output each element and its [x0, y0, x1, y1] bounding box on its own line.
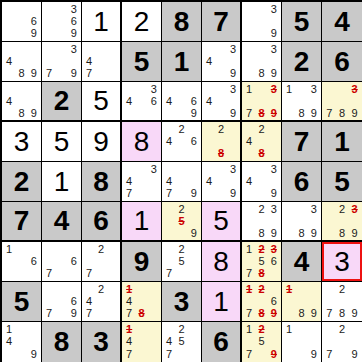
candidate-empty-slot: [323, 336, 336, 349]
candidate-empty-slot: [203, 148, 215, 160]
candidate-empty-slot: [295, 336, 307, 349]
candidate-6: 6: [68, 15, 80, 27]
candidate-grid: 3789: [322, 82, 362, 120]
cell-r4c2[interactable]: 5: [42, 122, 82, 162]
candidate-3-eliminated: 3: [348, 83, 361, 95]
candidate-grid: 16: [2, 242, 41, 281]
candidate-empty-slot: [3, 43, 15, 55]
cell-r8c1[interactable]: 5: [2, 282, 42, 322]
cell-r7c6[interactable]: 8: [202, 242, 242, 282]
cell-r5c1[interactable]: 2: [2, 162, 42, 202]
candidate-empty-slot: [83, 255, 95, 267]
candidate-empty-slot: [203, 135, 215, 147]
candidate-7: 7: [123, 308, 135, 320]
candidate-empty-slot: [283, 215, 295, 227]
candidate-3: 3: [148, 163, 160, 175]
candidate-grid: 248: [242, 122, 281, 161]
candidate-empty-slot: [188, 268, 200, 280]
cell-r2c4[interactable]: 5: [122, 42, 162, 82]
candidate-5: 5: [255, 336, 267, 349]
candidate-empty-slot: [203, 43, 215, 55]
candidate-empty-slot: [55, 283, 67, 295]
cell-r8c9[interactable]: 2789: [322, 282, 362, 322]
candidate-4: 4: [83, 55, 95, 67]
candidate-grid: 12579: [242, 322, 281, 362]
cell-r6c7[interactable]: 2389: [242, 202, 282, 242]
cell-r2c7[interactable]: 389: [242, 42, 282, 82]
candidate-empty-slot: [243, 215, 255, 227]
candidate-empty-slot: [348, 215, 361, 227]
candidate-empty-slot: [268, 336, 280, 349]
cell-r2c9[interactable]: 6: [322, 42, 362, 82]
candidate-9: 9: [188, 188, 200, 200]
candidate-empty-slot: [255, 28, 267, 40]
candidate-empty-slot: [3, 3, 15, 15]
candidate-8: 8: [336, 107, 349, 119]
candidate-empty-slot: [68, 268, 80, 280]
candidate-4: 4: [203, 55, 215, 67]
cell-r3c5[interactable]: 469: [162, 82, 202, 122]
candidate-empty-slot: [227, 123, 239, 135]
candidate-empty-slot: [175, 175, 187, 187]
candidate-empty-slot: [83, 243, 95, 255]
candidate-empty-slot: [148, 336, 160, 349]
candidate-empty-slot: [308, 215, 320, 227]
given-digit: 1: [174, 48, 190, 76]
candidate-empty-slot: [227, 55, 239, 67]
candidate-empty-slot: [188, 336, 200, 349]
candidate-9-eliminated: 9: [268, 107, 280, 119]
cell-r3c3[interactable]: 5: [82, 82, 122, 122]
cell-r2c5[interactable]: 1: [162, 42, 202, 82]
candidate-1-eliminated: 1: [243, 283, 255, 295]
cell-r2c3[interactable]: 47: [82, 42, 122, 82]
candidate-empty-slot: [15, 28, 27, 40]
candidate-empty-slot: [175, 135, 187, 147]
cell-r6c1[interactable]: 7: [2, 202, 42, 242]
candidate-9: 9: [308, 227, 320, 239]
candidate-empty-slot: [163, 255, 175, 267]
candidate-empty-slot: [243, 295, 255, 307]
cell-r9c9[interactable]: 279: [322, 322, 362, 362]
candidate-grid: 369: [42, 2, 81, 41]
cell-r1c9[interactable]: 4: [322, 2, 362, 42]
candidate-empty-slot: [175, 348, 187, 361]
candidate-empty-slot: [107, 68, 119, 80]
candidate-empty-slot: [295, 215, 307, 227]
candidate-8: 8: [295, 107, 307, 119]
candidate-grid: 67: [42, 242, 81, 281]
cell-r1c6[interactable]: 7: [202, 2, 242, 42]
candidate-empty-slot: [3, 107, 15, 119]
cell-r9c8[interactable]: 19: [282, 322, 322, 362]
candidate-empty-slot: [163, 243, 175, 255]
cell-r4c6[interactable]: 28: [202, 122, 242, 162]
candidate-grid: 247: [82, 282, 120, 321]
cell-r3c1[interactable]: 489: [2, 82, 42, 122]
cell-r8c4[interactable]: 1478: [122, 282, 162, 322]
candidate-empty-slot: [268, 268, 280, 280]
candidate-empty-slot: [95, 68, 107, 80]
candidate-7: 7: [83, 308, 95, 320]
candidate-empty-slot: [255, 55, 267, 67]
cell-r4c9[interactable]: 1: [322, 122, 362, 162]
candidate-empty-slot: [55, 68, 67, 80]
cell-r3c9[interactable]: 3789: [322, 82, 362, 122]
cell-r4c4[interactable]: 8: [122, 122, 162, 162]
candidate-1: 1: [243, 323, 255, 336]
cell-r8c6[interactable]: 1: [202, 282, 242, 322]
cell-r9c1[interactable]: 149: [2, 322, 42, 362]
cell-r4c5[interactable]: 246: [162, 122, 202, 162]
candidate-4: 4: [203, 175, 215, 187]
cell-r1c7[interactable]: 39: [242, 2, 282, 42]
candidate-empty-slot: [148, 308, 160, 320]
candidate-7: 7: [43, 308, 55, 320]
given-digit: 2: [294, 48, 310, 76]
candidate-grid: 147: [122, 322, 161, 362]
candidate-empty-slot: [255, 95, 267, 107]
cell-r5c6[interactable]: 349: [202, 162, 242, 202]
candidate-1: 1: [243, 83, 255, 95]
candidate-1: 1: [3, 323, 15, 336]
candidate-2: 2: [336, 203, 349, 215]
candidate-grid: 479: [162, 162, 201, 201]
cell-r7c9[interactable]: 3: [322, 242, 362, 282]
candidate-empty-slot: [243, 163, 255, 175]
cell-r9c6[interactable]: 6: [202, 322, 242, 362]
candidate-2-eliminated: 2: [255, 243, 267, 255]
solved-digit: 5: [213, 207, 229, 235]
candidate-empty-slot: [227, 95, 239, 107]
candidate-empty-slot: [83, 283, 95, 295]
cell-r6c8[interactable]: 389: [282, 202, 322, 242]
candidate-empty-slot: [348, 323, 361, 336]
candidate-empty-slot: [268, 55, 280, 67]
candidate-3: 3: [227, 163, 239, 175]
cell-r9c5[interactable]: 2457: [162, 322, 202, 362]
candidate-4: 4: [163, 135, 175, 147]
cell-r6c6[interactable]: 5: [202, 202, 242, 242]
candidate-empty-slot: [163, 123, 175, 135]
cell-r8c5[interactable]: 3: [162, 282, 202, 322]
cell-r7c5[interactable]: 257: [162, 242, 202, 282]
candidate-3: 3: [227, 43, 239, 55]
candidate-9: 9: [68, 308, 80, 320]
candidate-5: 5: [255, 255, 267, 267]
cell-r9c2[interactable]: 8: [42, 322, 82, 362]
candidate-9: 9: [268, 188, 280, 200]
candidate-empty-slot: [308, 295, 320, 307]
candidate-empty-slot: [55, 43, 67, 55]
candidate-grid: 489: [2, 42, 41, 81]
candidate-empty-slot: [135, 295, 147, 307]
candidate-7: 7: [83, 68, 95, 80]
given-digit: 6: [294, 168, 310, 196]
cell-r1c2[interactable]: 369: [42, 2, 82, 42]
cell-r6c4[interactable]: 1: [122, 202, 162, 242]
candidate-empty-slot: [203, 83, 215, 95]
candidate-empty-slot: [135, 336, 147, 349]
candidate-7: 7: [123, 188, 135, 200]
given-digit: 8: [93, 168, 109, 196]
candidate-7: 7: [243, 308, 255, 320]
cell-r5c7[interactable]: 349: [242, 162, 282, 202]
candidate-empty-slot: [28, 323, 40, 336]
cell-r1c1[interactable]: 69: [2, 2, 42, 42]
candidate-9: 9: [68, 28, 80, 40]
cell-r8c3[interactable]: 247: [82, 282, 122, 322]
given-digit: 6: [334, 48, 350, 76]
candidate-empty-slot: [135, 188, 147, 200]
cell-r5c5[interactable]: 479: [162, 162, 202, 202]
candidate-8: 8: [336, 227, 349, 239]
candidate-empty-slot: [215, 135, 227, 147]
candidate-empty-slot: [15, 95, 27, 107]
candidate-8-eliminated: 8: [215, 148, 227, 160]
candidate-empty-slot: [175, 148, 187, 160]
cell-r7c3[interactable]: 27: [82, 242, 122, 282]
cell-r6c9[interactable]: 2389: [322, 202, 362, 242]
candidate-empty-slot: [15, 255, 27, 267]
candidate-empty-slot: [3, 255, 15, 267]
candidate-empty-slot: [148, 348, 160, 361]
candidate-empty-slot: [255, 83, 267, 95]
candidate-grid: 39: [242, 2, 281, 41]
candidate-empty-slot: [28, 95, 40, 107]
candidate-empty-slot: [43, 243, 55, 255]
candidate-empty-slot: [308, 323, 320, 336]
candidate-empty-slot: [255, 163, 267, 175]
candidate-4: 4: [163, 175, 175, 187]
candidate-empty-slot: [148, 188, 160, 200]
candidate-empty-slot: [268, 135, 280, 147]
candidate-empty-slot: [123, 107, 135, 119]
cell-r3c6[interactable]: 349: [202, 82, 242, 122]
candidate-empty-slot: [15, 43, 27, 55]
candidate-empty-slot: [43, 43, 55, 55]
solved-digit: 5: [93, 87, 109, 115]
cell-r3c4[interactable]: 346: [122, 82, 162, 122]
candidate-empty-slot: [348, 295, 361, 307]
cell-r7c7[interactable]: 1235678: [242, 242, 282, 282]
candidate-grid: 149: [2, 322, 41, 362]
candidate-grid: 69: [2, 2, 41, 41]
candidate-9: 9: [268, 227, 280, 239]
candidate-grid: 13789: [242, 82, 281, 120]
candidate-empty-slot: [107, 43, 119, 55]
candidate-4: 4: [3, 336, 15, 349]
candidate-1: 1: [3, 243, 15, 255]
candidate-empty-slot: [43, 283, 55, 295]
candidate-grid: 126789: [242, 282, 281, 321]
candidate-8-eliminated: 8: [255, 268, 267, 280]
candidate-9: 9: [28, 28, 40, 40]
candidate-7: 7: [163, 268, 175, 280]
cell-r8c7[interactable]: 126789: [242, 282, 282, 322]
candidate-grid: 279: [322, 322, 362, 362]
candidate-4: 4: [203, 95, 215, 107]
candidate-empty-slot: [295, 95, 307, 107]
candidate-empty-slot: [188, 348, 200, 361]
candidate-empty-slot: [55, 55, 67, 67]
cell-r3c2[interactable]: 2: [42, 82, 82, 122]
candidate-3: 3: [268, 3, 280, 15]
candidate-1-eliminated: 1: [283, 283, 295, 295]
solved-digit: 3: [334, 248, 350, 276]
candidate-empty-slot: [107, 268, 119, 280]
candidate-empty-slot: [15, 336, 27, 349]
candidate-empty-slot: [188, 255, 200, 267]
cell-r4c8[interactable]: 7: [282, 122, 322, 162]
candidate-empty-slot: [188, 148, 200, 160]
cell-r7c1[interactable]: 16: [2, 242, 42, 282]
cell-r8c2[interactable]: 679: [42, 282, 82, 322]
candidate-grid: 1235678: [242, 242, 281, 281]
cell-r9c4[interactable]: 147: [122, 322, 162, 362]
cell-r7c4[interactable]: 9: [122, 242, 162, 282]
cell-r4c7[interactable]: 248: [242, 122, 282, 162]
candidate-empty-slot: [243, 15, 255, 27]
candidate-grid: 2457: [162, 322, 201, 362]
candidate-grid: 379: [42, 42, 81, 81]
candidate-6: 6: [148, 95, 160, 107]
candidate-empty-slot: [243, 43, 255, 55]
candidate-8: 8: [295, 227, 307, 239]
candidate-empty-slot: [283, 348, 295, 361]
candidate-empty-slot: [15, 55, 27, 67]
cell-r2c6[interactable]: 349: [202, 42, 242, 82]
candidate-empty-slot: [107, 55, 119, 67]
candidate-2: 2: [175, 203, 187, 215]
cell-r3c7[interactable]: 13789: [242, 82, 282, 122]
cell-r5c3[interactable]: 8: [82, 162, 122, 202]
candidate-grid: 679: [42, 282, 81, 321]
cell-r5c2[interactable]: 1: [42, 162, 82, 202]
candidate-empty-slot: [135, 163, 147, 175]
candidate-empty-slot: [28, 83, 40, 95]
given-digit: 8: [54, 328, 70, 356]
candidate-grid: 246: [162, 122, 201, 161]
cell-r6c3[interactable]: 6: [82, 202, 122, 242]
candidate-empty-slot: [43, 55, 55, 67]
cell-r7c8[interactable]: 4: [282, 242, 322, 282]
candidate-1: 1: [243, 243, 255, 255]
candidate-9: 9: [308, 348, 320, 361]
candidate-3: 3: [308, 83, 320, 95]
candidate-6: 6: [268, 295, 280, 307]
candidate-empty-slot: [3, 28, 15, 40]
cell-r4c1[interactable]: 3: [2, 122, 42, 162]
cell-r1c3[interactable]: 1: [82, 2, 122, 42]
candidate-3-eliminated: 3: [348, 203, 361, 215]
cell-r2c2[interactable]: 379: [42, 42, 82, 82]
candidate-grid: 47: [82, 42, 120, 81]
candidate-8: 8: [255, 68, 267, 80]
candidate-2: 2: [336, 283, 349, 295]
candidate-empty-slot: [295, 295, 307, 307]
given-digit: 9: [134, 248, 150, 276]
candidate-empty-slot: [15, 268, 27, 280]
candidate-empty-slot: [175, 83, 187, 95]
candidate-empty-slot: [308, 336, 320, 349]
candidate-empty-slot: [28, 55, 40, 67]
candidate-empty-slot: [43, 28, 55, 40]
candidate-1-eliminated: 1: [123, 283, 135, 295]
cell-r5c8[interactable]: 6: [282, 162, 322, 202]
cell-r1c4[interactable]: 2: [122, 2, 162, 42]
candidate-4: 4: [243, 175, 255, 187]
candidate-empty-slot: [3, 68, 15, 80]
candidate-8: 8: [295, 308, 307, 320]
cell-r1c8[interactable]: 5: [282, 2, 322, 42]
candidate-empty-slot: [55, 308, 67, 320]
candidate-9: 9: [188, 227, 200, 239]
candidate-7: 7: [323, 107, 336, 119]
candidate-empty-slot: [28, 243, 40, 255]
candidate-empty-slot: [135, 283, 147, 295]
cell-r4c3[interactable]: 9: [82, 122, 122, 162]
candidate-empty-slot: [323, 203, 336, 215]
cell-r6c5[interactable]: 259: [162, 202, 202, 242]
candidate-empty-slot: [268, 283, 280, 295]
candidate-empty-slot: [163, 148, 175, 160]
candidate-empty-slot: [188, 175, 200, 187]
cell-r2c8[interactable]: 2: [282, 42, 322, 82]
candidate-empty-slot: [163, 107, 175, 119]
cell-r7c2[interactable]: 67: [42, 242, 82, 282]
candidate-grid: 2789: [322, 282, 362, 321]
candidate-empty-slot: [283, 295, 295, 307]
candidate-empty-slot: [336, 95, 349, 107]
solved-digit: 9: [93, 128, 109, 156]
cell-r2c1[interactable]: 489: [2, 42, 42, 82]
cell-r5c4[interactable]: 347: [122, 162, 162, 202]
candidate-4: 4: [123, 95, 135, 107]
candidate-5: 5: [175, 336, 187, 349]
cell-r3c8[interactable]: 1389: [282, 82, 322, 122]
cell-r6c2[interactable]: 4: [42, 202, 82, 242]
candidate-9: 9: [227, 188, 239, 200]
candidate-6: 6: [28, 15, 40, 27]
candidate-empty-slot: [188, 215, 200, 227]
candidate-8-eliminated: 8: [135, 308, 147, 320]
candidate-5: 5: [175, 255, 187, 267]
cell-r9c3[interactable]: 3: [82, 322, 122, 362]
given-digit: 5: [334, 168, 350, 196]
candidate-2: 2: [175, 243, 187, 255]
cell-r5c9[interactable]: 5: [322, 162, 362, 202]
candidate-grid: 1389: [282, 82, 321, 120]
candidate-grid: 349: [202, 42, 240, 81]
candidate-3: 3: [68, 43, 80, 55]
cell-r1c5[interactable]: 8: [162, 2, 202, 42]
candidate-3: 3: [227, 83, 239, 95]
solved-digit: 2: [134, 8, 150, 36]
candidate-grid: 349: [242, 162, 281, 201]
candidate-9: 9: [28, 107, 40, 119]
candidate-empty-slot: [203, 163, 215, 175]
candidate-empty-slot: [283, 95, 295, 107]
candidate-empty-slot: [268, 95, 280, 107]
candidate-empty-slot: [336, 348, 349, 361]
cell-r9c7[interactable]: 12579: [242, 322, 282, 362]
candidate-empty-slot: [95, 43, 107, 55]
candidate-grid: 257: [162, 242, 201, 281]
cell-r8c8[interactable]: 189: [282, 282, 322, 322]
candidate-9-eliminated: 9: [268, 308, 280, 320]
given-digit: 3: [93, 328, 109, 356]
